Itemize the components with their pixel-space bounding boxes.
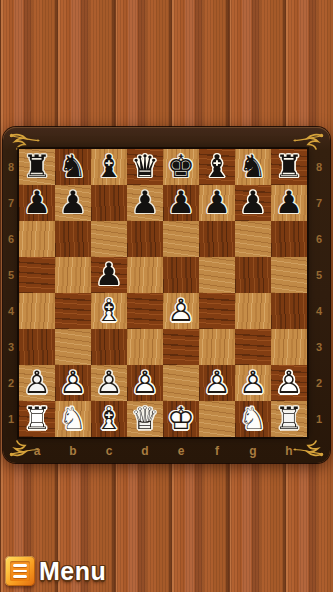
cell-g4[interactable] xyxy=(235,293,271,329)
menu-label: Menu xyxy=(39,557,106,586)
cell-h8[interactable]: ♜ xyxy=(271,149,307,185)
cell-a4[interactable] xyxy=(19,293,55,329)
file-label-f: f xyxy=(199,439,235,463)
file-label-e: e xyxy=(163,439,199,463)
piece-white-pawn[interactable]: ♟♙ xyxy=(127,365,163,401)
piece-white-pawn[interactable]: ♟♙ xyxy=(55,365,91,401)
rank-labels-left: 87654321 xyxy=(3,149,19,437)
cell-d2[interactable]: ♟♙ xyxy=(127,365,163,401)
cell-e4[interactable]: ♟♙ xyxy=(163,293,199,329)
cell-c5[interactable]: ♟ xyxy=(91,257,127,293)
cell-d4[interactable] xyxy=(127,293,163,329)
file-label-g: g xyxy=(235,439,271,463)
cell-g2[interactable]: ♟♙ xyxy=(235,365,271,401)
cell-b2[interactable]: ♟♙ xyxy=(55,365,91,401)
cell-e3[interactable] xyxy=(163,329,199,365)
cell-f7[interactable]: ♟ xyxy=(199,185,235,221)
rank-label-1: 1 xyxy=(308,401,330,437)
file-label-h: h xyxy=(271,439,307,463)
cell-e6[interactable] xyxy=(163,221,199,257)
file-label-b: b xyxy=(55,439,91,463)
rank-label-6: 6 xyxy=(3,221,19,257)
cell-f8[interactable]: ♝ xyxy=(199,149,235,185)
cell-g8[interactable]: ♞ xyxy=(235,149,271,185)
rank-label-5: 5 xyxy=(308,257,330,293)
cell-g7[interactable]: ♟ xyxy=(235,185,271,221)
cell-g6[interactable] xyxy=(235,221,271,257)
cell-e5[interactable] xyxy=(163,257,199,293)
cell-g5[interactable] xyxy=(235,257,271,293)
cell-e7[interactable]: ♟ xyxy=(163,185,199,221)
file-label-a: a xyxy=(19,439,55,463)
cell-b4[interactable] xyxy=(55,293,91,329)
cell-c6[interactable] xyxy=(91,221,127,257)
piece-black-pawn[interactable]: ♟ xyxy=(199,185,235,221)
piece-white-knight[interactable]: ♞♘ xyxy=(55,401,91,437)
cell-a6[interactable] xyxy=(19,221,55,257)
cell-c2[interactable]: ♟♙ xyxy=(91,365,127,401)
piece-black-pawn[interactable]: ♟ xyxy=(163,185,199,221)
cell-b3[interactable] xyxy=(55,329,91,365)
cell-a1[interactable]: ♜♖ xyxy=(19,401,55,437)
cell-e1[interactable]: ♚♔ xyxy=(163,401,199,437)
file-labels-bottom: abcdefgh xyxy=(19,439,307,463)
cell-g1[interactable]: ♞♘ xyxy=(235,401,271,437)
cell-h5[interactable] xyxy=(271,257,307,293)
cell-b6[interactable] xyxy=(55,221,91,257)
cell-b5[interactable] xyxy=(55,257,91,293)
piece-black-pawn[interactable]: ♟ xyxy=(127,185,163,221)
piece-white-bishop[interactable]: ♝♗ xyxy=(91,401,127,437)
cell-h6[interactable] xyxy=(271,221,307,257)
piece-white-pawn[interactable]: ♟♙ xyxy=(163,293,199,329)
rank-label-8: 8 xyxy=(308,149,330,185)
piece-black-pawn[interactable]: ♟ xyxy=(235,185,271,221)
cell-h4[interactable] xyxy=(271,293,307,329)
piece-black-rook[interactable]: ♜ xyxy=(271,149,307,185)
piece-black-knight[interactable]: ♞ xyxy=(55,149,91,185)
cell-a8[interactable]: ♜ xyxy=(19,149,55,185)
rank-label-2: 2 xyxy=(3,365,19,401)
piece-white-pawn[interactable]: ♟♙ xyxy=(235,365,271,401)
app-screen: 87654321 87654321 abcdefgh ♜♞♝♛♚♝♞♜♟♟♟♟♟… xyxy=(0,0,333,592)
rank-label-1: 1 xyxy=(3,401,19,437)
piece-white-bishop[interactable]: ♝♗ xyxy=(91,293,127,329)
piece-black-king[interactable]: ♚ xyxy=(163,149,199,185)
file-label-d: d xyxy=(127,439,163,463)
cell-a5[interactable] xyxy=(19,257,55,293)
piece-white-king[interactable]: ♚♔ xyxy=(163,401,199,437)
piece-black-pawn[interactable]: ♟ xyxy=(19,185,55,221)
cell-c3[interactable] xyxy=(91,329,127,365)
cell-d8[interactable]: ♛ xyxy=(127,149,163,185)
piece-black-pawn[interactable]: ♟ xyxy=(91,257,127,293)
cell-h1[interactable]: ♜♖ xyxy=(271,401,307,437)
cell-d6[interactable] xyxy=(127,221,163,257)
rank-label-3: 3 xyxy=(3,329,19,365)
rank-label-2: 2 xyxy=(308,365,330,401)
cell-b1[interactable]: ♞♘ xyxy=(55,401,91,437)
menu-icon-face xyxy=(10,561,30,581)
menu-button[interactable]: Menu xyxy=(5,555,106,587)
cell-f6[interactable] xyxy=(199,221,235,257)
cell-a2[interactable]: ♟♙ xyxy=(19,365,55,401)
piece-white-pawn[interactable]: ♟♙ xyxy=(19,365,55,401)
cell-c4[interactable]: ♝♗ xyxy=(91,293,127,329)
cell-d3[interactable] xyxy=(127,329,163,365)
chess-board[interactable]: ♜♞♝♛♚♝♞♜♟♟♟♟♟♟♟♟♝♗♟♙♟♙♟♙♟♙♟♙♟♙♟♙♟♙♜♖♞♘♝♗… xyxy=(19,149,307,437)
menu-hamburger-icon[interactable] xyxy=(5,556,35,586)
piece-white-knight[interactable]: ♞♘ xyxy=(235,401,271,437)
cell-f5[interactable] xyxy=(199,257,235,293)
cell-d5[interactable] xyxy=(127,257,163,293)
piece-black-queen[interactable]: ♛ xyxy=(127,149,163,185)
rank-label-3: 3 xyxy=(308,329,330,365)
cell-f1[interactable] xyxy=(199,401,235,437)
cell-h2[interactable]: ♟♙ xyxy=(271,365,307,401)
cell-g3[interactable] xyxy=(235,329,271,365)
cell-h7[interactable]: ♟ xyxy=(271,185,307,221)
cell-b8[interactable]: ♞ xyxy=(55,149,91,185)
piece-black-knight[interactable]: ♞ xyxy=(235,149,271,185)
cell-f3[interactable] xyxy=(199,329,235,365)
cell-d7[interactable]: ♟ xyxy=(127,185,163,221)
rank-label-5: 5 xyxy=(3,257,19,293)
rank-labels-right: 87654321 xyxy=(308,149,330,437)
cell-c8[interactable]: ♝ xyxy=(91,149,127,185)
piece-black-rook[interactable]: ♜ xyxy=(19,149,55,185)
cell-f2[interactable]: ♟♙ xyxy=(199,365,235,401)
piece-white-rook[interactable]: ♜♖ xyxy=(271,401,307,437)
cell-d1[interactable]: ♛♕ xyxy=(127,401,163,437)
piece-white-pawn[interactable]: ♟♙ xyxy=(199,365,235,401)
piece-black-pawn[interactable]: ♟ xyxy=(55,185,91,221)
rank-label-7: 7 xyxy=(308,185,330,221)
rank-label-4: 4 xyxy=(3,293,19,329)
rank-label-7: 7 xyxy=(3,185,19,221)
cell-e8[interactable]: ♚ xyxy=(163,149,199,185)
cell-a7[interactable]: ♟ xyxy=(19,185,55,221)
cell-e2[interactable] xyxy=(163,365,199,401)
cell-f4[interactable] xyxy=(199,293,235,329)
cell-b7[interactable]: ♟ xyxy=(55,185,91,221)
piece-black-bishop[interactable]: ♝ xyxy=(199,149,235,185)
piece-white-rook[interactable]: ♜♖ xyxy=(19,401,55,437)
rank-label-6: 6 xyxy=(308,221,330,257)
rank-label-8: 8 xyxy=(3,149,19,185)
cell-c1[interactable]: ♝♗ xyxy=(91,401,127,437)
file-label-c: c xyxy=(91,439,127,463)
piece-black-pawn[interactable]: ♟ xyxy=(271,185,307,221)
piece-white-pawn[interactable]: ♟♙ xyxy=(91,365,127,401)
cell-c7[interactable] xyxy=(91,185,127,221)
chess-board-frame: 87654321 87654321 abcdefgh ♜♞♝♛♚♝♞♜♟♟♟♟♟… xyxy=(3,127,330,463)
piece-white-pawn[interactable]: ♟♙ xyxy=(271,365,307,401)
piece-white-queen[interactable]: ♛♕ xyxy=(127,401,163,437)
rank-label-4: 4 xyxy=(308,293,330,329)
cell-a3[interactable] xyxy=(19,329,55,365)
cell-h3[interactable] xyxy=(271,329,307,365)
piece-black-bishop[interactable]: ♝ xyxy=(91,149,127,185)
